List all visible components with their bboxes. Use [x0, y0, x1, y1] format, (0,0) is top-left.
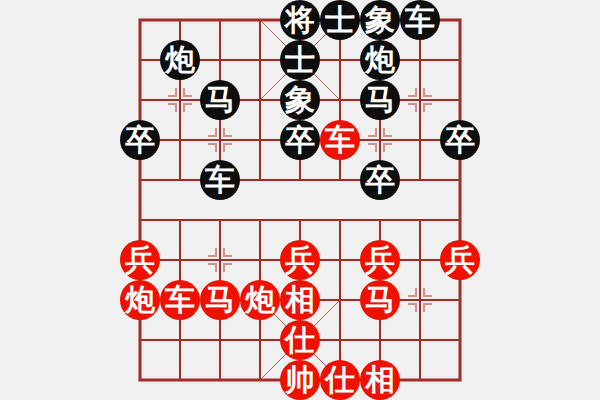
piece-black-soldier[interactable]: 卒 [280, 120, 320, 160]
piece-black-horse[interactable]: 马 [200, 80, 240, 120]
piece-red-elephant[interactable]: 相 [280, 280, 320, 320]
piece-black-chariot[interactable]: 车 [400, 0, 440, 40]
piece-red-horse[interactable]: 马 [200, 280, 240, 320]
piece-black-advisor[interactable]: 士 [320, 0, 360, 40]
xiangqi-app: 将士象车炮士炮马象马卒卒车卒车卒兵兵兵兵炮车马炮相马仕帅仕相 [0, 0, 600, 400]
piece-black-soldier[interactable]: 卒 [360, 160, 400, 200]
piece-black-general[interactable]: 将 [280, 0, 320, 40]
piece-red-general[interactable]: 帅 [280, 360, 320, 400]
piece-red-chariot[interactable]: 车 [320, 120, 360, 160]
piece-black-cannon[interactable]: 炮 [160, 40, 200, 80]
piece-red-soldier[interactable]: 兵 [360, 240, 400, 280]
piece-red-soldier[interactable]: 兵 [120, 240, 160, 280]
piece-red-elephant[interactable]: 相 [360, 360, 400, 400]
piece-black-cannon[interactable]: 炮 [360, 40, 400, 80]
piece-red-advisor[interactable]: 仕 [320, 360, 360, 400]
piece-red-cannon[interactable]: 炮 [240, 280, 280, 320]
piece-black-elephant[interactable]: 象 [280, 80, 320, 120]
piece-black-soldier[interactable]: 卒 [120, 120, 160, 160]
piece-black-elephant[interactable]: 象 [360, 0, 400, 40]
xiangqi-board: 将士象车炮士炮马象马卒卒车卒车卒兵兵兵兵炮车马炮相马仕帅仕相 [120, 0, 480, 400]
piece-red-chariot[interactable]: 车 [160, 280, 200, 320]
piece-red-advisor[interactable]: 仕 [280, 320, 320, 360]
piece-red-soldier[interactable]: 兵 [280, 240, 320, 280]
piece-red-horse[interactable]: 马 [360, 280, 400, 320]
piece-red-soldier[interactable]: 兵 [440, 240, 480, 280]
piece-black-horse[interactable]: 马 [360, 80, 400, 120]
piece-black-advisor[interactable]: 士 [280, 40, 320, 80]
piece-black-chariot[interactable]: 车 [200, 160, 240, 200]
piece-black-soldier[interactable]: 卒 [440, 120, 480, 160]
piece-grid: 将士象车炮士炮马象马卒卒车卒车卒兵兵兵兵炮车马炮相马仕帅仕相 [120, 0, 480, 400]
piece-red-cannon[interactable]: 炮 [120, 280, 160, 320]
